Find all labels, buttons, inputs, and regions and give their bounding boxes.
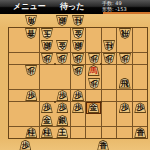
piece-kanji: 歩 [120, 103, 130, 112]
piece-kanji: 香 [135, 128, 145, 137]
piece-kanji: 歩 [42, 103, 52, 112]
piece-kanji: 飛 [120, 29, 130, 38]
board-area: 香玉金飛銀金銀桂歩歩歩歩歩歩歩歩馬歩飛歩歩歩歩歩歩金歩歩金銀桂桂王香角銀桂歩香 [0, 14, 150, 150]
piece-kanji: 歩 [104, 54, 114, 63]
shogi-piece-gote[interactable]: 桂 [72, 15, 84, 26]
piece-kanji: 歩 [73, 91, 83, 100]
piece-kanji: 歩 [57, 91, 67, 100]
piece-kanji: 歩 [20, 141, 30, 150]
piece-kanji: 玉 [42, 29, 52, 38]
piece-kanji: 歩 [73, 54, 83, 63]
piece-kanji: 香 [98, 141, 108, 150]
piece-kanji: 歩 [73, 66, 83, 75]
piece-kanji: 角 [26, 16, 36, 25]
piece-kanji: 歩 [42, 54, 52, 63]
piece-kanji: 飛 [120, 79, 130, 88]
piece-kanji: 桂 [104, 41, 114, 50]
piece-kanji: 歩 [73, 103, 83, 112]
piece-kanji: 歩 [89, 54, 99, 63]
piece-kanji: 歩 [26, 91, 36, 100]
piece-kanji: 桂 [26, 128, 36, 137]
piece-kanji: 金 [89, 103, 99, 112]
piece-kanji: 桂 [42, 128, 52, 137]
piece-kanji: 歩 [26, 66, 36, 75]
shogi-piece-gote[interactable]: 角 [25, 15, 37, 26]
shogi-piece-sente[interactable]: 歩 [19, 140, 31, 150]
piece-kanji: 金 [73, 29, 83, 38]
piece-kanji: 銀 [57, 116, 67, 125]
piece-kanji: 馬 [89, 66, 99, 75]
game-info: 手数: 49 形勢: -153 [102, 0, 148, 12]
piece-kanji: 銀 [73, 41, 83, 50]
piece-kanji: 金 [42, 116, 52, 125]
piece-kanji: 歩 [120, 54, 130, 63]
piece-kanji: 歩 [89, 79, 99, 88]
piece-kanji: 銀 [57, 16, 67, 25]
piece-kanji: 香 [26, 29, 36, 38]
piece-kanji: 王 [57, 128, 67, 137]
piece-kanji: 歩 [57, 103, 67, 112]
undo-button[interactable]: 待った [60, 1, 84, 13]
piece-kanji: 銀 [42, 41, 52, 50]
shogi-piece-sente[interactable]: 香 [97, 140, 109, 150]
piece-kanji: 桂 [73, 16, 83, 25]
shogi-piece-gote[interactable]: 銀 [56, 15, 68, 26]
header-bar: メニュー 待った 手数: 49 形勢: -153 [0, 0, 150, 14]
piece-kanji: 歩 [135, 103, 145, 112]
shogi-app-screen: メニュー 待った 手数: 49 形勢: -153 香玉金飛銀金銀桂歩歩歩歩歩歩歩… [0, 0, 150, 150]
piece-kanji: 歩 [57, 54, 67, 63]
menu-button[interactable]: メニュー [13, 1, 46, 13]
hoshi-dot [54, 101, 56, 103]
